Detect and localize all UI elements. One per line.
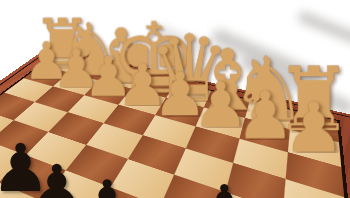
product-photo-scene: ♜♞♝♚♛♝♞♜♟♟♟♟♟♟♟♟ ♟♟♟♟ (0, 0, 350, 198)
white-pawn: ♟ (218, 93, 350, 162)
black-pawn: ♟ (201, 178, 248, 198)
square-d4 (128, 135, 186, 174)
black-pawn: ♟ (29, 157, 85, 198)
black-pawn: ♟ (82, 173, 132, 198)
